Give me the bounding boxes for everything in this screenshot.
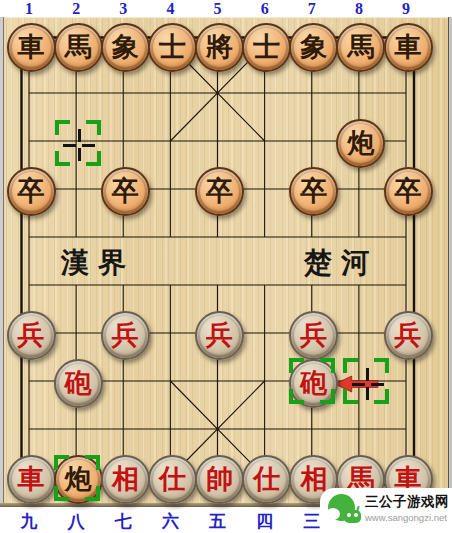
piece-red-advisor[interactable]: 仕 — [148, 455, 197, 504]
piece-red-soldier[interactable]: 兵 — [384, 311, 433, 360]
piece-black-soldier[interactable]: 卒 — [289, 167, 338, 216]
piece-black-general[interactable]: 將 — [195, 23, 244, 72]
board-right-edge — [448, 17, 452, 507]
file-label-bottom-4: 六 — [158, 511, 182, 533]
piece-red-soldier[interactable]: 兵 — [101, 311, 150, 360]
piece-black-advisor[interactable]: 士 — [242, 23, 291, 72]
file-label-top-5: 5 — [206, 0, 230, 17]
piece-black-soldier[interactable]: 卒 — [101, 167, 150, 216]
piece-red-soldier[interactable]: 兵 — [289, 311, 338, 360]
piece-black-cannon[interactable]: 炮 — [336, 119, 385, 168]
river-text-right: 楚河 — [276, 246, 406, 280]
piece-black-soldier[interactable]: 卒 — [195, 167, 244, 216]
piece-red-elephant[interactable]: 相 — [101, 455, 150, 504]
watermark-site-url: www.sangongzi.net — [365, 512, 447, 523]
file-label-bottom-2: 八 — [64, 511, 88, 533]
watermark-sangongzi: 三公子游戏网 www.sangongzi.net — [320, 488, 452, 533]
piece-red-cannon[interactable]: 砲 — [54, 359, 103, 408]
piece-black-horse[interactable]: 馬 — [54, 23, 103, 72]
piece-black-chariot[interactable]: 車 — [384, 23, 433, 72]
file-label-top-4: 4 — [158, 0, 182, 17]
piece-black-elephant[interactable]: 象 — [289, 23, 338, 72]
file-label-top-9: 9 — [394, 0, 418, 17]
watermark-site-name: 三公子游戏网 — [365, 493, 449, 511]
file-label-top-6: 6 — [253, 0, 277, 17]
piece-red-general[interactable]: 帥 — [195, 455, 244, 504]
piece-red-advisor[interactable]: 仕 — [242, 455, 291, 504]
file-label-top-1: 1 — [17, 0, 41, 17]
piece-black-advisor[interactable]: 士 — [148, 23, 197, 72]
file-label-bottom-6: 四 — [253, 511, 277, 533]
piece-red-chariot[interactable]: 車 — [7, 455, 56, 504]
mascot-head-icon — [344, 510, 361, 523]
piece-red-soldier[interactable]: 兵 — [195, 311, 244, 360]
piece-black-elephant[interactable]: 象 — [101, 23, 150, 72]
piece-black-soldier[interactable]: 卒 — [7, 167, 56, 216]
piece-red-soldier[interactable]: 兵 — [7, 311, 56, 360]
river-text-left: 漢界 — [33, 246, 163, 280]
sangongzi-mascot-notch — [326, 508, 340, 520]
file-label-top-8: 8 — [347, 0, 371, 17]
piece-black-cannon[interactable]: 炮 — [54, 455, 103, 504]
piece-black-chariot[interactable]: 車 — [7, 23, 56, 72]
piece-red-cannon[interactable]: 砲 — [289, 359, 338, 408]
file-label-top-3: 3 — [111, 0, 135, 17]
file-label-bottom-5: 五 — [206, 511, 230, 533]
file-label-bottom-1: 九 — [17, 511, 41, 533]
file-label-top-7: 7 — [300, 0, 324, 17]
xiangqi-game-screen: 漢界 楚河 123456789九八七六五四三二一 車馬象士將士象馬車炮卒卒卒卒卒… — [0, 0, 452, 533]
piece-black-soldier[interactable]: 卒 — [384, 167, 433, 216]
piece-black-horse[interactable]: 馬 — [336, 23, 385, 72]
file-label-top-2: 2 — [64, 0, 88, 17]
file-label-bottom-3: 七 — [111, 511, 135, 533]
board-left-edge — [0, 17, 4, 507]
